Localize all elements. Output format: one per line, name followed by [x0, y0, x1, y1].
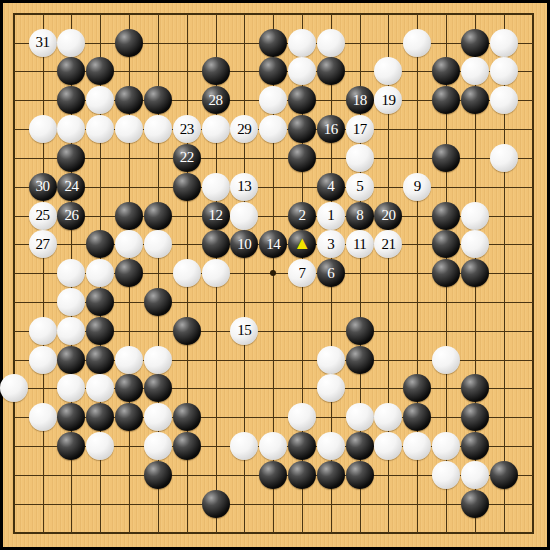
black-stone[interactable] [259, 461, 287, 489]
black-stone[interactable]: 20 [374, 202, 402, 230]
white-stone[interactable] [230, 202, 258, 230]
black-stone[interactable] [144, 461, 172, 489]
black-stone[interactable] [346, 317, 374, 345]
white-stone[interactable] [202, 115, 230, 143]
black-stone[interactable] [173, 173, 201, 201]
move-number-label: 7 [299, 265, 306, 280]
white-stone[interactable] [57, 317, 85, 345]
move-number-label: 27 [36, 236, 50, 251]
white-stone[interactable] [317, 374, 345, 402]
black-stone[interactable] [86, 346, 114, 374]
white-stone[interactable] [86, 432, 114, 460]
white-stone[interactable] [432, 461, 460, 489]
black-stone[interactable] [115, 403, 143, 431]
black-stone[interactable]: 2 [288, 202, 316, 230]
white-stone[interactable]: 17 [346, 115, 374, 143]
black-stone[interactable]: 24 [57, 173, 85, 201]
black-stone[interactable] [86, 57, 114, 85]
white-stone[interactable]: 7 [288, 259, 316, 287]
black-stone[interactable] [461, 490, 489, 518]
white-stone[interactable] [57, 115, 85, 143]
white-stone[interactable] [317, 432, 345, 460]
move-number-label: 13 [237, 179, 251, 194]
white-stone[interactable] [432, 346, 460, 374]
white-stone[interactable] [346, 403, 374, 431]
black-stone[interactable]: 12 [202, 202, 230, 230]
black-stone[interactable] [202, 57, 230, 85]
black-stone[interactable] [86, 230, 114, 258]
move-number-label: 21 [381, 236, 395, 251]
move-number-label: 30 [36, 179, 50, 194]
hoshi-point [270, 270, 276, 276]
white-stone[interactable] [259, 115, 287, 143]
black-stone[interactable] [432, 259, 460, 287]
white-stone[interactable]: 25 [29, 202, 57, 230]
move-number-label: 29 [237, 121, 251, 136]
white-stone[interactable] [403, 29, 431, 57]
black-stone[interactable]: 22 [173, 144, 201, 172]
white-stone[interactable] [115, 115, 143, 143]
white-stone[interactable] [490, 29, 518, 57]
move-number-label: 3 [327, 236, 334, 251]
black-stone[interactable]: 10 [230, 230, 258, 258]
white-stone[interactable] [29, 346, 57, 374]
white-stone[interactable]: 5 [346, 173, 374, 201]
move-number-label: 16 [324, 121, 338, 136]
black-stone[interactable] [346, 461, 374, 489]
black-stone[interactable] [144, 374, 172, 402]
white-stone[interactable] [317, 29, 345, 57]
black-stone[interactable] [432, 57, 460, 85]
move-number-label: 24 [64, 179, 78, 194]
move-number-label: 23 [180, 121, 194, 136]
white-stone[interactable] [317, 346, 345, 374]
white-stone[interactable]: 13 [230, 173, 258, 201]
black-stone[interactable] [86, 288, 114, 316]
white-stone[interactable] [57, 288, 85, 316]
white-stone[interactable] [57, 374, 85, 402]
white-stone[interactable] [461, 461, 489, 489]
black-stone[interactable] [288, 432, 316, 460]
white-stone[interactable] [86, 259, 114, 287]
black-stone[interactable] [57, 57, 85, 85]
black-stone[interactable]: 14 [259, 230, 287, 258]
black-stone[interactable] [461, 374, 489, 402]
black-stone[interactable] [86, 317, 114, 345]
black-stone[interactable] [288, 115, 316, 143]
black-stone[interactable] [461, 29, 489, 57]
black-stone[interactable]: 18 [346, 86, 374, 114]
white-stone[interactable]: 23 [173, 115, 201, 143]
grid-line-horizontal [14, 504, 533, 505]
move-number-label: 28 [209, 92, 223, 107]
black-stone[interactable] [461, 86, 489, 114]
move-number-label: 25 [36, 208, 50, 223]
white-stone[interactable] [0, 374, 28, 402]
black-stone[interactable]: 6 [317, 259, 345, 287]
black-stone[interactable] [403, 374, 431, 402]
white-stone[interactable] [202, 173, 230, 201]
black-stone[interactable]: ▲ [288, 230, 316, 258]
white-stone[interactable] [144, 432, 172, 460]
black-stone[interactable]: 4 [317, 173, 345, 201]
black-stone[interactable] [115, 202, 143, 230]
white-stone[interactable] [86, 86, 114, 114]
black-stone[interactable] [202, 230, 230, 258]
white-stone[interactable] [115, 346, 143, 374]
black-stone[interactable] [461, 259, 489, 287]
black-stone[interactable] [288, 461, 316, 489]
move-number-label: 26 [64, 208, 78, 223]
move-number-label: 4 [327, 179, 334, 194]
white-stone[interactable]: 21 [374, 230, 402, 258]
white-stone[interactable]: 15 [230, 317, 258, 345]
black-stone[interactable] [432, 144, 460, 172]
black-stone[interactable] [432, 86, 460, 114]
white-stone[interactable] [202, 259, 230, 287]
black-stone[interactable]: 30 [29, 173, 57, 201]
white-stone[interactable]: 19 [374, 86, 402, 114]
black-stone[interactable] [144, 288, 172, 316]
white-stone[interactable] [29, 317, 57, 345]
move-number-label: 5 [356, 179, 363, 194]
white-stone[interactable]: 31 [29, 29, 57, 57]
white-stone[interactable] [86, 115, 114, 143]
move-number-label: 6 [327, 265, 334, 280]
black-stone[interactable] [317, 461, 345, 489]
move-number-label: 14 [266, 236, 280, 251]
black-stone[interactable] [346, 432, 374, 460]
white-stone[interactable] [490, 86, 518, 114]
white-stone[interactable] [230, 432, 258, 460]
move-number-label: 20 [381, 208, 395, 223]
white-stone[interactable] [490, 57, 518, 85]
black-stone[interactable] [57, 86, 85, 114]
move-number-label: 12 [209, 208, 223, 223]
move-number-label: 9 [414, 179, 421, 194]
black-stone[interactable] [173, 432, 201, 460]
move-number-label: 15 [237, 323, 251, 338]
move-number-label: 31 [36, 35, 50, 50]
black-stone[interactable] [461, 432, 489, 460]
white-stone[interactable]: 29 [230, 115, 258, 143]
white-stone[interactable] [144, 346, 172, 374]
white-stone[interactable]: 11 [346, 230, 374, 258]
move-number-label: 11 [353, 236, 366, 251]
white-stone[interactable] [374, 403, 402, 431]
white-stone[interactable] [490, 144, 518, 172]
black-stone[interactable] [346, 346, 374, 374]
go-board[interactable]: 3128181923291617223024134592526122182027… [0, 0, 550, 550]
black-stone[interactable]: 26 [57, 202, 85, 230]
black-stone[interactable] [115, 86, 143, 114]
black-stone[interactable] [432, 230, 460, 258]
white-stone[interactable] [461, 57, 489, 85]
black-stone[interactable] [144, 86, 172, 114]
white-stone[interactable] [288, 403, 316, 431]
move-number-label: 8 [356, 208, 363, 223]
black-stone[interactable] [86, 403, 114, 431]
black-stone[interactable] [432, 202, 460, 230]
black-stone[interactable] [173, 403, 201, 431]
black-stone[interactable]: 16 [317, 115, 345, 143]
black-stone[interactable] [288, 86, 316, 114]
move-number-label: 10 [237, 236, 251, 251]
white-stone[interactable]: 1 [317, 202, 345, 230]
black-stone[interactable] [202, 490, 230, 518]
black-stone[interactable] [173, 317, 201, 345]
white-stone[interactable] [144, 115, 172, 143]
white-stone[interactable] [86, 374, 114, 402]
move-number-label: 2 [299, 208, 306, 223]
black-stone[interactable] [259, 29, 287, 57]
black-stone[interactable] [403, 403, 431, 431]
white-stone[interactable] [57, 259, 85, 287]
black-stone[interactable] [461, 403, 489, 431]
move-number-label: 1 [327, 208, 334, 223]
white-stone[interactable] [288, 29, 316, 57]
white-stone[interactable] [57, 29, 85, 57]
white-stone[interactable] [403, 432, 431, 460]
white-stone[interactable]: 3 [317, 230, 345, 258]
white-stone[interactable] [346, 144, 374, 172]
white-stone[interactable]: 27 [29, 230, 57, 258]
move-number-label: 17 [353, 121, 367, 136]
white-stone[interactable] [144, 403, 172, 431]
white-stone[interactable]: 9 [403, 173, 431, 201]
white-stone[interactable] [173, 259, 201, 287]
black-stone[interactable] [115, 29, 143, 57]
move-number-label: 19 [381, 92, 395, 107]
triangle-marker-icon: ▲ [293, 234, 310, 252]
black-stone[interactable] [115, 259, 143, 287]
black-stone[interactable] [288, 144, 316, 172]
black-stone[interactable] [144, 202, 172, 230]
black-stone[interactable] [57, 432, 85, 460]
move-number-label: 18 [353, 92, 367, 107]
black-stone[interactable] [490, 461, 518, 489]
black-stone[interactable] [317, 57, 345, 85]
white-stone[interactable] [374, 432, 402, 460]
black-stone[interactable] [57, 144, 85, 172]
white-stone[interactable] [29, 115, 57, 143]
white-stone[interactable] [115, 230, 143, 258]
black-stone[interactable]: 28 [202, 86, 230, 114]
white-stone[interactable] [259, 86, 287, 114]
black-stone[interactable] [259, 57, 287, 85]
white-stone[interactable] [432, 432, 460, 460]
black-stone[interactable]: 8 [346, 202, 374, 230]
white-stone[interactable] [374, 57, 402, 85]
move-number-label: 22 [180, 150, 194, 165]
white-stone[interactable] [144, 230, 172, 258]
white-stone[interactable] [29, 403, 57, 431]
white-stone[interactable] [259, 432, 287, 460]
white-stone[interactable] [461, 202, 489, 230]
white-stone[interactable] [288, 57, 316, 85]
black-stone[interactable] [115, 374, 143, 402]
black-stone[interactable] [57, 346, 85, 374]
black-stone[interactable] [57, 403, 85, 431]
white-stone[interactable] [461, 230, 489, 258]
